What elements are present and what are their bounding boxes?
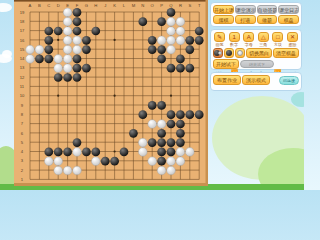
black-stone-icon	[226, 50, 232, 56]
stone-black[interactable]	[157, 157, 166, 166]
stone-white[interactable]	[138, 138, 147, 147]
stone-black[interactable]	[73, 27, 82, 36]
stone-black[interactable]	[91, 27, 100, 36]
stone-black[interactable]	[73, 138, 82, 147]
stone-white[interactable]	[54, 55, 63, 64]
stone-black[interactable]	[91, 148, 100, 157]
stone-black[interactable]	[73, 17, 82, 26]
stone-black[interactable]	[35, 55, 44, 64]
star-point	[57, 39, 59, 41]
row-label: 16	[20, 38, 25, 43]
stone-white[interactable]	[63, 64, 72, 73]
stone-white[interactable]	[26, 45, 35, 54]
stone-white[interactable]	[167, 166, 176, 175]
stone-black[interactable]	[176, 64, 185, 73]
stone-black[interactable]	[148, 36, 157, 45]
stone-black[interactable]	[176, 110, 185, 119]
stone-black[interactable]	[82, 148, 91, 157]
row-label: 18	[20, 19, 25, 24]
stone-black[interactable]	[138, 17, 147, 26]
stone-white[interactable]	[63, 27, 72, 36]
stone-white[interactable]	[157, 166, 166, 175]
stone-white[interactable]	[44, 157, 53, 166]
column-label: M	[132, 3, 136, 8]
row-label: 14	[20, 56, 25, 61]
stone-white[interactable]	[63, 166, 72, 175]
column-label: A	[29, 3, 32, 8]
triangle-mark-label: 三角	[259, 43, 267, 47]
white-stone-icon	[218, 51, 222, 55]
number-mark-label: 数字	[230, 43, 238, 47]
stone-black[interactable]	[167, 8, 176, 17]
stone-black[interactable]	[148, 45, 157, 54]
row-label: 10	[20, 93, 25, 98]
erase-mark-label: 擦除	[288, 43, 296, 47]
swap-colors-button[interactable]: 切换黑白	[246, 48, 272, 58]
end-trial-button[interactable]: 结束试下	[240, 60, 274, 68]
go-board-svg[interactable]: A19B18C17D16E15F14G13H12J11K10L9M8N7O6P5…	[14, 0, 208, 186]
stone-black[interactable]	[176, 129, 185, 138]
homework-card: 布置作业 演示模式 已连接	[210, 72, 302, 91]
stone-black[interactable]	[129, 129, 138, 138]
stone-black[interactable]	[73, 8, 82, 17]
stone-black[interactable]	[120, 148, 129, 157]
stone-black[interactable]	[138, 110, 147, 119]
class-control-card: 开始上课 课堂演示 自动答题 课堂日志 摆棋 打谱 做题 棋盘	[210, 2, 302, 27]
stone-black[interactable]	[167, 148, 176, 157]
board-right-edge	[206, 0, 209, 186]
stone-black[interactable]	[73, 73, 82, 82]
replay-button[interactable]: 打谱	[235, 15, 256, 24]
stone-black[interactable]	[63, 148, 72, 157]
alternate-stone-tool-button[interactable]	[213, 48, 223, 58]
board-top-edge	[14, 0, 208, 2]
stone-black[interactable]	[54, 148, 63, 157]
stone-black[interactable]	[176, 120, 185, 129]
stone-white[interactable]	[157, 36, 166, 45]
stone-black[interactable]	[185, 64, 194, 73]
star-point	[170, 95, 172, 97]
clear-board-button[interactable]: 清空棋盘	[273, 48, 299, 58]
stone-white[interactable]	[54, 157, 63, 166]
stone-black[interactable]	[195, 110, 204, 119]
letter-mark-label: 字母	[245, 43, 253, 47]
row-label: 12	[20, 75, 25, 80]
connection-status-badge: 已连接	[279, 76, 299, 85]
square-mark-button[interactable]: □	[272, 32, 283, 42]
white-stone-tool-button[interactable]	[235, 48, 245, 58]
column-label: J	[104, 3, 106, 8]
stone-black[interactable]	[63, 73, 72, 82]
stone-white[interactable]	[167, 45, 176, 54]
row-label: 17	[20, 28, 25, 33]
stone-black[interactable]	[44, 148, 53, 157]
column-label: T	[198, 3, 201, 8]
stone-white[interactable]	[148, 157, 157, 166]
column-label: R	[179, 3, 182, 8]
column-label: S	[188, 3, 191, 8]
stone-white[interactable]	[167, 17, 176, 26]
stone-black[interactable]	[82, 45, 91, 54]
stone-black[interactable]	[44, 36, 53, 45]
stone-black[interactable]	[157, 55, 166, 64]
stone-white[interactable]	[63, 55, 72, 64]
stone-black[interactable]	[73, 64, 82, 73]
white-stone-icon	[237, 50, 243, 56]
stone-black[interactable]	[157, 148, 166, 157]
column-label: E	[66, 3, 69, 8]
stone-white[interactable]	[63, 8, 72, 17]
place-stones-button[interactable]: 摆棋	[213, 15, 234, 24]
column-label: B	[38, 3, 41, 8]
stone-white[interactable]	[176, 157, 185, 166]
demo-mode-button[interactable]: 演示模式	[242, 75, 270, 85]
stone-black[interactable]	[167, 64, 176, 73]
stone-black[interactable]	[110, 157, 119, 166]
row-label: 13	[20, 65, 25, 70]
row-label: 15	[20, 47, 25, 52]
pen-tool-label: 画笔	[216, 43, 224, 47]
stone-white[interactable]	[63, 45, 72, 54]
class-demo-button[interactable]: 课堂演示	[235, 5, 256, 14]
stone-white[interactable]	[91, 157, 100, 166]
go-board[interactable]: A19B18C17D16E15F14G13H12J11K10L9M8N7O6P5…	[14, 0, 208, 186]
stone-black[interactable]	[195, 36, 204, 45]
letter-mark-button[interactable]: A	[243, 32, 254, 42]
stone-black[interactable]	[44, 55, 53, 64]
stone-white[interactable]	[157, 120, 166, 129]
stone-black[interactable]	[176, 138, 185, 147]
star-point	[57, 95, 59, 97]
star-point	[114, 95, 116, 97]
stone-black[interactable]	[44, 27, 53, 36]
stone-white[interactable]	[148, 120, 157, 129]
row-label: 19	[20, 10, 25, 15]
class-log-button[interactable]: 课堂日志	[278, 5, 299, 14]
stone-black[interactable]	[195, 27, 204, 36]
stone-black[interactable]	[167, 138, 176, 147]
erase-mark-button[interactable]: ✕	[287, 32, 298, 42]
black-stone-tool-button[interactable]	[224, 48, 234, 58]
cloud	[0, 3, 12, 12]
stone-black[interactable]	[82, 64, 91, 73]
square-mark-label: 方块	[274, 43, 282, 47]
stone-black[interactable]	[157, 138, 166, 147]
stone-black[interactable]	[157, 101, 166, 110]
stone-black[interactable]	[148, 101, 157, 110]
column-label: K	[113, 3, 116, 8]
stone-black[interactable]	[54, 73, 63, 82]
practice-button[interactable]: 做题	[257, 15, 278, 24]
column-label: H	[94, 3, 97, 8]
triangle-mark-button[interactable]: △	[258, 32, 269, 42]
stone-white[interactable]	[185, 148, 194, 157]
stone-black[interactable]	[82, 36, 91, 45]
number-mark-button[interactable]: 1	[229, 32, 240, 42]
stone-white[interactable]	[138, 148, 147, 157]
star-point	[114, 39, 116, 41]
stone-black[interactable]	[185, 110, 194, 119]
stone-white[interactable]	[167, 27, 176, 36]
stone-white[interactable]	[73, 45, 82, 54]
stone-white[interactable]	[167, 36, 176, 45]
start-class-button[interactable]: 开始上课	[213, 5, 234, 14]
row-label: 11	[20, 84, 25, 89]
stone-white[interactable]	[73, 36, 82, 45]
board-bottom-edge	[14, 183, 208, 186]
hill	[291, 92, 304, 107]
stone-white[interactable]	[54, 64, 63, 73]
column-label: D	[57, 3, 60, 8]
stone-white[interactable]	[26, 55, 35, 64]
pen-tool-button[interactable]: ✎	[214, 32, 225, 42]
assign-homework-button[interactable]: 布置作业	[213, 75, 241, 85]
column-label: F	[76, 3, 79, 8]
stone-black[interactable]	[148, 138, 157, 147]
stone-black[interactable]	[157, 45, 166, 54]
column-label: C	[47, 3, 50, 8]
cloud	[2, 50, 12, 58]
stone-black[interactable]	[167, 110, 176, 119]
stone-white[interactable]	[63, 36, 72, 45]
stone-white[interactable]	[35, 45, 44, 54]
stone-black[interactable]	[185, 45, 194, 54]
star-point	[114, 150, 116, 152]
stone-white[interactable]	[63, 17, 72, 26]
stone-black[interactable]	[185, 36, 194, 45]
board-mode-button[interactable]: 棋盘	[278, 15, 299, 24]
column-label: P	[160, 3, 163, 8]
stone-black[interactable]	[73, 55, 82, 64]
column-label: N	[141, 3, 144, 8]
stone-white[interactable]	[176, 27, 185, 36]
stone-white[interactable]	[176, 17, 185, 26]
column-label: G	[85, 3, 88, 8]
stone-black[interactable]	[54, 27, 63, 36]
auto-answer-button[interactable]: 自动答题	[257, 5, 278, 14]
stone-white[interactable]	[176, 148, 185, 157]
stone-black[interactable]	[101, 157, 110, 166]
stone-black[interactable]	[176, 55, 185, 64]
annotation-tools-card: ✎ 画笔 1 数字 A 字母 △ 三角 □ 方块 ✕ 擦除	[210, 29, 302, 70]
stone-white[interactable]	[167, 157, 176, 166]
stone-white[interactable]	[176, 36, 185, 45]
stone-black[interactable]	[44, 45, 53, 54]
stone-black[interactable]	[157, 129, 166, 138]
stone-white[interactable]	[73, 148, 82, 157]
stone-white[interactable]	[73, 166, 82, 175]
stone-black[interactable]	[157, 17, 166, 26]
stone-white[interactable]	[54, 166, 63, 175]
start-trial-button[interactable]: 开始试下	[213, 59, 239, 69]
stone-black[interactable]	[167, 120, 176, 129]
